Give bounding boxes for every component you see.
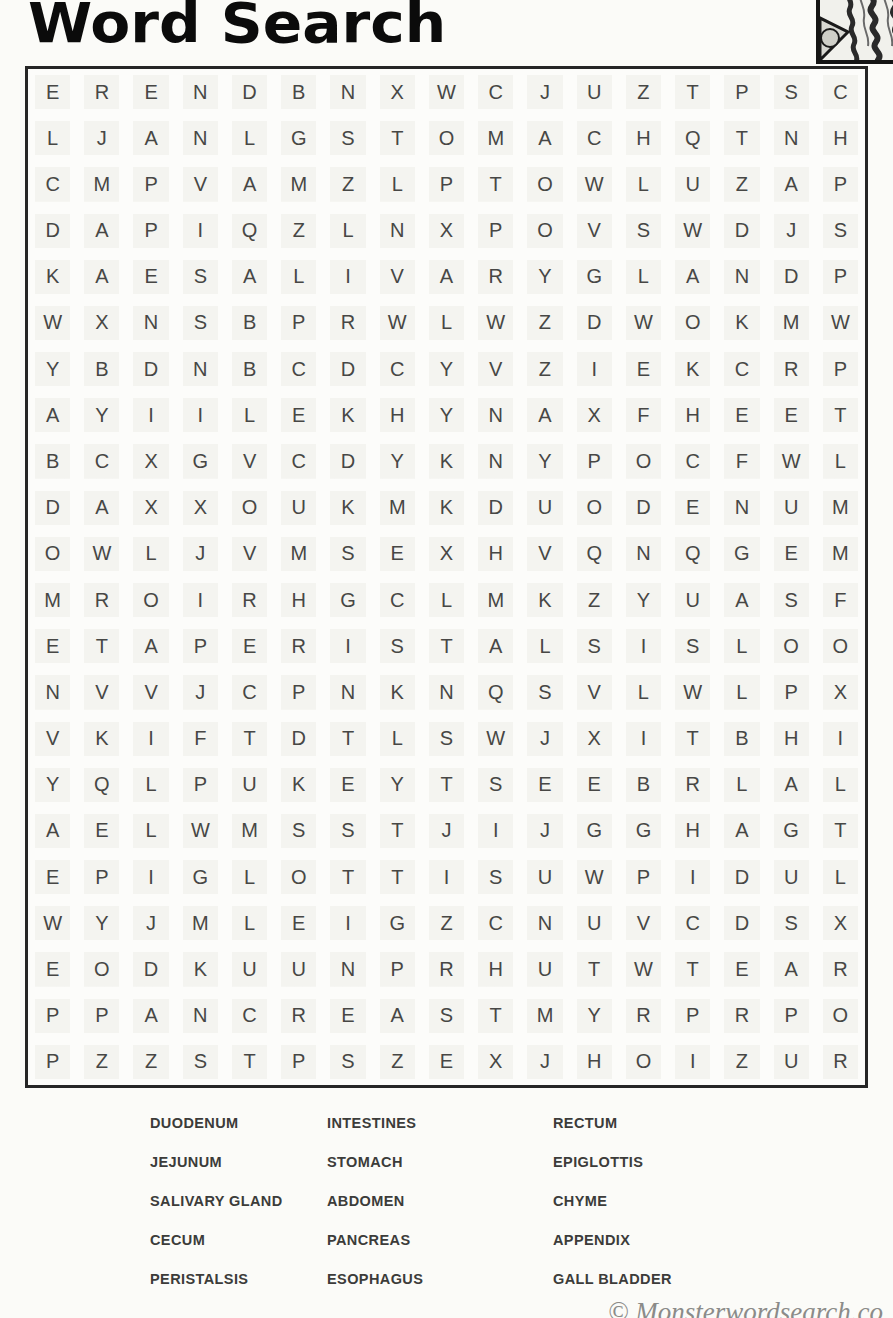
grid-cell[interactable]: I	[323, 254, 372, 300]
grid-cell[interactable]: C	[28, 161, 77, 207]
grid-cell[interactable]: T	[668, 716, 717, 762]
grid-cell[interactable]: A	[77, 254, 126, 300]
grid-cell[interactable]: Z	[126, 1039, 175, 1085]
grid-cell[interactable]: V	[471, 346, 520, 392]
grid-cell[interactable]: E	[717, 392, 766, 438]
grid-cell[interactable]: L	[619, 669, 668, 715]
grid-cell[interactable]: O	[28, 531, 77, 577]
grid-cell[interactable]: Y	[520, 254, 569, 300]
grid-cell[interactable]: W	[619, 946, 668, 992]
grid-cell[interactable]: Z	[619, 69, 668, 115]
grid-cell[interactable]: A	[717, 577, 766, 623]
grid-cell[interactable]: M	[767, 300, 816, 346]
grid-cell[interactable]: E	[126, 69, 175, 115]
grid-cell[interactable]: C	[274, 346, 323, 392]
grid-cell[interactable]: C	[668, 900, 717, 946]
grid-cell[interactable]: L	[225, 900, 274, 946]
grid-cell[interactable]: W	[77, 531, 126, 577]
grid-cell[interactable]: D	[717, 854, 766, 900]
grid-cell[interactable]: S	[816, 208, 865, 254]
grid-cell[interactable]: O	[816, 623, 865, 669]
grid-cell[interactable]: S	[176, 254, 225, 300]
grid-cell[interactable]: D	[619, 485, 668, 531]
grid-cell[interactable]: N	[717, 254, 766, 300]
grid-cell[interactable]: W	[28, 900, 77, 946]
grid-cell[interactable]: A	[373, 993, 422, 1039]
grid-cell[interactable]: T	[816, 808, 865, 854]
grid-cell[interactable]: X	[816, 669, 865, 715]
grid-cell[interactable]: U	[274, 485, 323, 531]
grid-cell[interactable]: K	[274, 762, 323, 808]
grid-cell[interactable]: Y	[520, 438, 569, 484]
grid-cell[interactable]: V	[570, 669, 619, 715]
grid-cell[interactable]: D	[126, 346, 175, 392]
grid-cell[interactable]: S	[767, 577, 816, 623]
grid-cell[interactable]: V	[619, 900, 668, 946]
grid-cell[interactable]: N	[28, 669, 77, 715]
grid-cell[interactable]: S	[373, 623, 422, 669]
grid-cell[interactable]: O	[668, 300, 717, 346]
grid-cell[interactable]: I	[668, 854, 717, 900]
grid-cell[interactable]: P	[274, 669, 323, 715]
grid-cell[interactable]: N	[471, 392, 520, 438]
grid-cell[interactable]: B	[717, 716, 766, 762]
grid-cell[interactable]: U	[225, 946, 274, 992]
grid-cell[interactable]: M	[816, 485, 865, 531]
grid-cell[interactable]: V	[520, 531, 569, 577]
grid-cell[interactable]: L	[422, 577, 471, 623]
grid-cell[interactable]: M	[471, 577, 520, 623]
grid-cell[interactable]: S	[323, 531, 372, 577]
grid-cell[interactable]: E	[373, 531, 422, 577]
grid-cell[interactable]: M	[77, 161, 126, 207]
grid-cell[interactable]: E	[570, 762, 619, 808]
grid-cell[interactable]: N	[323, 669, 372, 715]
grid-cell[interactable]: X	[422, 531, 471, 577]
grid-cell[interactable]: G	[717, 531, 766, 577]
grid-cell[interactable]: Z	[520, 300, 569, 346]
grid-cell[interactable]: A	[126, 115, 175, 161]
grid-cell[interactable]: T	[77, 623, 126, 669]
grid-cell[interactable]: I	[323, 900, 372, 946]
grid-cell[interactable]: U	[570, 69, 619, 115]
grid-cell[interactable]: A	[225, 254, 274, 300]
grid-cell[interactable]: P	[28, 1039, 77, 1085]
grid-cell[interactable]: G	[619, 808, 668, 854]
grid-cell[interactable]: D	[717, 900, 766, 946]
grid-cell[interactable]: I	[176, 392, 225, 438]
grid-cell[interactable]: F	[176, 716, 225, 762]
grid-cell[interactable]: M	[471, 115, 520, 161]
grid-cell[interactable]: C	[225, 993, 274, 1039]
grid-cell[interactable]: W	[176, 808, 225, 854]
grid-cell[interactable]: Q	[471, 669, 520, 715]
grid-cell[interactable]: A	[767, 161, 816, 207]
grid-cell[interactable]: O	[126, 577, 175, 623]
grid-cell[interactable]: P	[126, 161, 175, 207]
grid-cell[interactable]: T	[816, 392, 865, 438]
grid-cell[interactable]: I	[126, 854, 175, 900]
grid-cell[interactable]: S	[520, 669, 569, 715]
grid-cell[interactable]: T	[323, 854, 372, 900]
grid-cell[interactable]: L	[225, 115, 274, 161]
grid-cell[interactable]: Y	[28, 762, 77, 808]
grid-cell[interactable]: I	[323, 623, 372, 669]
grid-cell[interactable]: D	[126, 946, 175, 992]
grid-cell[interactable]: X	[570, 392, 619, 438]
grid-cell[interactable]: S	[668, 623, 717, 669]
grid-cell[interactable]: I	[619, 716, 668, 762]
grid-cell[interactable]: J	[520, 69, 569, 115]
grid-cell[interactable]: E	[28, 623, 77, 669]
grid-cell[interactable]: X	[570, 716, 619, 762]
grid-cell[interactable]: C	[816, 69, 865, 115]
grid-cell[interactable]: G	[323, 577, 372, 623]
grid-cell[interactable]: K	[422, 438, 471, 484]
grid-cell[interactable]: J	[176, 531, 225, 577]
grid-cell[interactable]: Z	[422, 900, 471, 946]
grid-cell[interactable]: P	[471, 208, 520, 254]
grid-cell[interactable]: K	[28, 254, 77, 300]
grid-cell[interactable]: R	[767, 346, 816, 392]
grid-cell[interactable]: K	[323, 392, 372, 438]
grid-cell[interactable]: G	[274, 115, 323, 161]
grid-cell[interactable]: L	[126, 808, 175, 854]
grid-cell[interactable]: M	[274, 161, 323, 207]
grid-cell[interactable]: H	[373, 392, 422, 438]
grid-cell[interactable]: W	[373, 300, 422, 346]
grid-cell[interactable]: A	[668, 254, 717, 300]
grid-cell[interactable]: V	[570, 208, 619, 254]
grid-cell[interactable]: K	[77, 716, 126, 762]
grid-cell[interactable]: B	[77, 346, 126, 392]
grid-cell[interactable]: X	[816, 900, 865, 946]
grid-cell[interactable]: I	[668, 1039, 717, 1085]
grid-cell[interactable]: P	[274, 1039, 323, 1085]
grid-cell[interactable]: V	[176, 161, 225, 207]
grid-cell[interactable]: M	[520, 993, 569, 1039]
grid-cell[interactable]: T	[668, 946, 717, 992]
grid-cell[interactable]: I	[126, 716, 175, 762]
grid-cell[interactable]: U	[767, 485, 816, 531]
grid-cell[interactable]: P	[767, 669, 816, 715]
grid-cell[interactable]: U	[520, 946, 569, 992]
grid-cell[interactable]: V	[225, 438, 274, 484]
grid-cell[interactable]: R	[274, 623, 323, 669]
grid-cell[interactable]: Z	[717, 161, 766, 207]
grid-cell[interactable]: A	[126, 623, 175, 669]
grid-cell[interactable]: J	[77, 115, 126, 161]
grid-cell[interactable]: G	[570, 808, 619, 854]
grid-cell[interactable]: S	[619, 208, 668, 254]
grid-cell[interactable]: O	[767, 623, 816, 669]
grid-cell[interactable]: I	[176, 208, 225, 254]
grid-cell[interactable]: E	[274, 392, 323, 438]
grid-cell[interactable]: P	[816, 346, 865, 392]
grid-cell[interactable]: N	[176, 115, 225, 161]
grid-cell[interactable]: A	[520, 115, 569, 161]
grid-cell[interactable]: A	[767, 762, 816, 808]
grid-cell[interactable]: O	[520, 208, 569, 254]
grid-cell[interactable]: S	[471, 854, 520, 900]
grid-cell[interactable]: L	[126, 531, 175, 577]
grid-cell[interactable]: P	[816, 254, 865, 300]
grid-cell[interactable]: N	[471, 438, 520, 484]
grid-cell[interactable]: Q	[225, 208, 274, 254]
grid-cell[interactable]: T	[373, 115, 422, 161]
grid-cell[interactable]: O	[619, 438, 668, 484]
grid-cell[interactable]: J	[520, 716, 569, 762]
grid-cell[interactable]: Q	[668, 115, 717, 161]
grid-cell[interactable]: L	[225, 392, 274, 438]
grid-cell[interactable]: Z	[717, 1039, 766, 1085]
grid-cell[interactable]: T	[471, 161, 520, 207]
grid-cell[interactable]: L	[816, 762, 865, 808]
grid-cell[interactable]: S	[323, 115, 372, 161]
grid-cell[interactable]: T	[422, 623, 471, 669]
grid-cell[interactable]: O	[570, 485, 619, 531]
grid-cell[interactable]: E	[323, 762, 372, 808]
grid-cell[interactable]: G	[176, 438, 225, 484]
grid-cell[interactable]: M	[816, 531, 865, 577]
grid-cell[interactable]: M	[373, 485, 422, 531]
grid-cell[interactable]: E	[28, 69, 77, 115]
grid-cell[interactable]: P	[619, 854, 668, 900]
grid-cell[interactable]: Y	[619, 577, 668, 623]
grid-cell[interactable]: P	[668, 993, 717, 1039]
grid-cell[interactable]: M	[28, 577, 77, 623]
grid-cell[interactable]: U	[570, 900, 619, 946]
grid-cell[interactable]: L	[619, 254, 668, 300]
grid-cell[interactable]: T	[225, 1039, 274, 1085]
grid-cell[interactable]: L	[816, 854, 865, 900]
grid-cell[interactable]: V	[28, 716, 77, 762]
grid-cell[interactable]: A	[28, 392, 77, 438]
grid-cell[interactable]: E	[126, 254, 175, 300]
grid-cell[interactable]: B	[225, 300, 274, 346]
grid-cell[interactable]: W	[668, 669, 717, 715]
grid-cell[interactable]: V	[77, 669, 126, 715]
grid-cell[interactable]: Y	[422, 392, 471, 438]
grid-cell[interactable]: J	[520, 808, 569, 854]
grid-cell[interactable]: O	[816, 993, 865, 1039]
grid-cell[interactable]: J	[520, 1039, 569, 1085]
grid-cell[interactable]: H	[767, 716, 816, 762]
grid-cell[interactable]: D	[471, 485, 520, 531]
grid-cell[interactable]: R	[816, 1039, 865, 1085]
grid-cell[interactable]: S	[422, 716, 471, 762]
grid-cell[interactable]: S	[767, 900, 816, 946]
grid-cell[interactable]: R	[77, 69, 126, 115]
grid-cell[interactable]: H	[668, 808, 717, 854]
grid-cell[interactable]: D	[28, 208, 77, 254]
grid-cell[interactable]: M	[274, 531, 323, 577]
grid-cell[interactable]: J	[767, 208, 816, 254]
grid-cell[interactable]: E	[28, 854, 77, 900]
grid-cell[interactable]: X	[373, 69, 422, 115]
grid-cell[interactable]: Y	[422, 346, 471, 392]
grid-cell[interactable]: T	[471, 993, 520, 1039]
grid-cell[interactable]: T	[323, 716, 372, 762]
grid-cell[interactable]: H	[816, 115, 865, 161]
grid-cell[interactable]: O	[274, 854, 323, 900]
grid-cell[interactable]: U	[767, 1039, 816, 1085]
grid-cell[interactable]: A	[126, 993, 175, 1039]
grid-cell[interactable]: X	[471, 1039, 520, 1085]
grid-cell[interactable]: E	[323, 993, 372, 1039]
grid-cell[interactable]: W	[471, 716, 520, 762]
grid-cell[interactable]: Z	[274, 208, 323, 254]
grid-cell[interactable]: E	[274, 900, 323, 946]
grid-cell[interactable]: U	[225, 762, 274, 808]
grid-cell[interactable]: I	[816, 716, 865, 762]
grid-cell[interactable]: C	[274, 438, 323, 484]
grid-cell[interactable]: J	[422, 808, 471, 854]
grid-cell[interactable]: L	[422, 300, 471, 346]
grid-cell[interactable]: W	[619, 300, 668, 346]
grid-cell[interactable]: W	[668, 208, 717, 254]
grid-cell[interactable]: D	[274, 716, 323, 762]
grid-cell[interactable]: L	[373, 161, 422, 207]
grid-cell[interactable]: Q	[570, 531, 619, 577]
grid-cell[interactable]: D	[767, 254, 816, 300]
grid-cell[interactable]: M	[225, 808, 274, 854]
grid-cell[interactable]: O	[422, 115, 471, 161]
grid-cell[interactable]: Z	[77, 1039, 126, 1085]
grid-cell[interactable]: N	[176, 69, 225, 115]
grid-cell[interactable]: W	[28, 300, 77, 346]
grid-cell[interactable]: B	[619, 762, 668, 808]
grid-cell[interactable]: S	[570, 623, 619, 669]
grid-cell[interactable]: L	[373, 716, 422, 762]
grid-cell[interactable]: A	[520, 392, 569, 438]
grid-cell[interactable]: A	[77, 485, 126, 531]
grid-cell[interactable]: S	[471, 762, 520, 808]
grid-cell[interactable]: I	[471, 808, 520, 854]
grid-cell[interactable]: U	[520, 485, 569, 531]
grid-cell[interactable]: S	[274, 808, 323, 854]
grid-cell[interactable]: U	[520, 854, 569, 900]
grid-cell[interactable]: D	[323, 346, 372, 392]
grid-cell[interactable]: U	[668, 577, 717, 623]
grid-cell[interactable]: N	[323, 946, 372, 992]
grid-cell[interactable]: L	[717, 623, 766, 669]
grid-cell[interactable]: P	[373, 946, 422, 992]
grid-cell[interactable]: P	[717, 69, 766, 115]
grid-cell[interactable]: H	[471, 531, 520, 577]
grid-cell[interactable]: E	[767, 531, 816, 577]
grid-cell[interactable]: D	[717, 208, 766, 254]
grid-cell[interactable]: N	[323, 69, 372, 115]
grid-cell[interactable]: D	[570, 300, 619, 346]
grid-cell[interactable]: D	[323, 438, 372, 484]
grid-cell[interactable]: H	[471, 946, 520, 992]
grid-cell[interactable]: P	[767, 993, 816, 1039]
grid-cell[interactable]: R	[274, 993, 323, 1039]
grid-cell[interactable]: C	[225, 669, 274, 715]
grid-cell[interactable]: U	[767, 854, 816, 900]
grid-cell[interactable]: O	[225, 485, 274, 531]
grid-cell[interactable]: R	[816, 946, 865, 992]
grid-cell[interactable]: S	[176, 1039, 225, 1085]
grid-cell[interactable]: X	[422, 208, 471, 254]
grid-cell[interactable]: Y	[570, 993, 619, 1039]
grid-cell[interactable]: C	[717, 346, 766, 392]
grid-cell[interactable]: C	[77, 438, 126, 484]
grid-cell[interactable]: M	[176, 900, 225, 946]
grid-cell[interactable]: C	[570, 115, 619, 161]
grid-cell[interactable]: G	[570, 254, 619, 300]
grid-cell[interactable]: E	[422, 1039, 471, 1085]
grid-cell[interactable]: Y	[28, 346, 77, 392]
grid-cell[interactable]: P	[77, 854, 126, 900]
grid-cell[interactable]: A	[471, 623, 520, 669]
grid-cell[interactable]: B	[225, 346, 274, 392]
grid-cell[interactable]: R	[422, 946, 471, 992]
grid-cell[interactable]: W	[816, 300, 865, 346]
grid-cell[interactable]: L	[717, 669, 766, 715]
grid-cell[interactable]: X	[176, 485, 225, 531]
grid-cell[interactable]: E	[619, 346, 668, 392]
grid-cell[interactable]: X	[126, 485, 175, 531]
grid-cell[interactable]: T	[422, 762, 471, 808]
grid-cell[interactable]: E	[668, 485, 717, 531]
grid-cell[interactable]: N	[422, 669, 471, 715]
grid-cell[interactable]: A	[767, 946, 816, 992]
grid-cell[interactable]: A	[28, 808, 77, 854]
grid-cell[interactable]: W	[767, 438, 816, 484]
grid-cell[interactable]: E	[717, 946, 766, 992]
grid-cell[interactable]: E	[520, 762, 569, 808]
grid-cell[interactable]: K	[520, 577, 569, 623]
grid-cell[interactable]: W	[422, 69, 471, 115]
grid-cell[interactable]: P	[28, 993, 77, 1039]
grid-cell[interactable]: A	[422, 254, 471, 300]
grid-cell[interactable]: X	[126, 438, 175, 484]
grid-cell[interactable]: I	[619, 623, 668, 669]
grid-cell[interactable]: R	[668, 762, 717, 808]
grid-cell[interactable]: C	[668, 438, 717, 484]
grid-cell[interactable]: W	[570, 161, 619, 207]
grid-cell[interactable]: H	[619, 115, 668, 161]
grid-cell[interactable]: D	[28, 485, 77, 531]
grid-cell[interactable]: P	[570, 438, 619, 484]
grid-cell[interactable]: P	[816, 161, 865, 207]
grid-cell[interactable]: P	[126, 208, 175, 254]
grid-cell[interactable]: P	[274, 300, 323, 346]
grid-cell[interactable]: L	[126, 762, 175, 808]
grid-cell[interactable]: G	[373, 900, 422, 946]
grid-cell[interactable]: A	[77, 208, 126, 254]
grid-cell[interactable]: O	[77, 946, 126, 992]
grid-cell[interactable]: Y	[373, 438, 422, 484]
grid-cell[interactable]: K	[422, 485, 471, 531]
grid-cell[interactable]: C	[471, 69, 520, 115]
grid-cell[interactable]: S	[176, 300, 225, 346]
grid-cell[interactable]: V	[126, 669, 175, 715]
grid-cell[interactable]: Z	[323, 161, 372, 207]
grid-cell[interactable]: S	[323, 1039, 372, 1085]
grid-cell[interactable]: N	[767, 115, 816, 161]
grid-cell[interactable]: N	[373, 208, 422, 254]
grid-cell[interactable]: C	[471, 900, 520, 946]
grid-cell[interactable]: K	[373, 669, 422, 715]
grid-cell[interactable]: V	[225, 531, 274, 577]
grid-cell[interactable]: T	[225, 716, 274, 762]
grid-cell[interactable]: J	[126, 900, 175, 946]
grid-cell[interactable]: L	[28, 115, 77, 161]
grid-cell[interactable]: H	[668, 392, 717, 438]
